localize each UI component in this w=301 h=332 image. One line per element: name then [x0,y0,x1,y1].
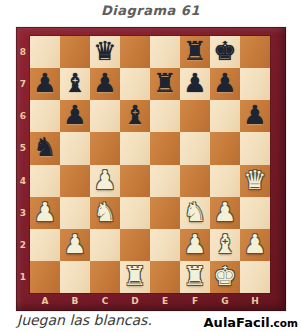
square-h7 [240,68,270,100]
square-b4 [60,165,90,197]
file-label-d: D [120,293,150,311]
file-label-b: B [60,293,90,311]
square-b1 [60,261,90,293]
square-a2 [30,229,60,261]
black-king-piece: ♚ [213,36,236,66]
square-g2: ♝ [210,229,240,261]
square-b2: ♟ [60,229,90,261]
chess-diagram-page: Diagrama 61 87654321 ♛♜♚♟♝♟♜♟♟♟♝♟♞♟♛♟♞♞♟… [0,0,301,332]
square-h4: ♛ [240,165,270,197]
black-pawn-piece: ♟ [33,68,56,98]
square-g5 [210,132,240,164]
brand-suffix: .com [270,317,298,329]
turn-caption: Juegan las blancas. [17,312,152,328]
square-b3 [60,197,90,229]
square-f7: ♟ [180,68,210,100]
square-f3: ♞ [180,197,210,229]
square-c8: ♛ [90,36,120,68]
square-a8 [30,36,60,68]
page-title: Diagrama 61 [0,3,301,18]
square-g3: ♟ [210,197,240,229]
black-bishop-piece: ♝ [63,68,86,98]
square-c6 [90,100,120,132]
white-rook-piece: ♜ [123,261,146,291]
rank-label-3: 3 [16,197,30,229]
file-label-g: G [210,293,240,311]
file-label-a: A [30,293,60,311]
square-d7 [120,68,150,100]
square-f2: ♟ [180,229,210,261]
square-g1: ♚ [210,261,240,293]
brand-logo: AulaFacil.com [204,315,298,330]
square-f8: ♜ [180,36,210,68]
square-a7: ♟ [30,68,60,100]
square-h2: ♟ [240,229,270,261]
square-c1 [90,261,120,293]
square-h1 [240,261,270,293]
rank-label-8: 8 [16,36,30,68]
square-f6 [180,100,210,132]
square-g7: ♟ [210,68,240,100]
square-b8 [60,36,90,68]
white-rook-piece: ♜ [183,261,206,291]
white-queen-piece: ♛ [243,165,266,195]
square-f5 [180,132,210,164]
black-pawn-piece: ♟ [93,68,116,98]
brand-name: AulaFacil [204,315,270,330]
rank-label-1: 1 [16,261,30,293]
black-bishop-piece: ♝ [123,100,146,130]
square-d8 [120,36,150,68]
black-pawn-piece: ♟ [243,100,266,130]
file-label-h: H [240,293,270,311]
square-e7: ♜ [150,68,180,100]
square-a6 [30,100,60,132]
square-a5: ♞ [30,132,60,164]
black-pawn-piece: ♟ [183,68,206,98]
black-knight-piece: ♞ [33,132,56,162]
square-a1 [30,261,60,293]
rank-label-7: 7 [16,68,30,100]
file-label-c: C [90,293,120,311]
chess-board: ♛♜♚♟♝♟♜♟♟♟♝♟♞♟♛♟♞♞♟♟♟♝♟♜♜♚ [30,36,270,293]
square-e5 [150,132,180,164]
rank-label-4: 4 [16,165,30,197]
square-g6 [210,100,240,132]
rank-labels: 87654321 [16,36,30,293]
white-pawn-piece: ♟ [63,229,86,259]
square-f1: ♜ [180,261,210,293]
square-c4: ♟ [90,165,120,197]
square-e8 [150,36,180,68]
square-d2 [120,229,150,261]
square-b7: ♝ [60,68,90,100]
square-c5 [90,132,120,164]
black-queen-piece: ♛ [93,36,116,66]
white-pawn-piece: ♟ [33,197,56,227]
square-d5 [120,132,150,164]
square-h5 [240,132,270,164]
square-g8: ♚ [210,36,240,68]
black-rook-piece: ♜ [183,36,206,66]
square-e2 [150,229,180,261]
square-e3 [150,197,180,229]
square-g4 [210,165,240,197]
square-c3: ♞ [90,197,120,229]
square-f4 [180,165,210,197]
file-label-e: E [150,293,180,311]
square-h6: ♟ [240,100,270,132]
file-labels: ABCDEFGH [30,293,270,311]
white-pawn-piece: ♟ [93,165,116,195]
square-e6 [150,100,180,132]
square-b5 [60,132,90,164]
board-frame: 87654321 ♛♜♚♟♝♟♜♟♟♟♝♟♞♟♛♟♞♞♟♟♟♝♟♜♜♚ ABCD… [16,27,286,311]
black-pawn-piece: ♟ [63,100,86,130]
black-rook-piece: ♜ [153,68,176,98]
rank-label-2: 2 [16,229,30,261]
white-pawn-piece: ♟ [213,197,236,227]
square-d6: ♝ [120,100,150,132]
square-h8 [240,36,270,68]
square-a3: ♟ [30,197,60,229]
square-d3 [120,197,150,229]
white-bishop-piece: ♝ [213,229,236,259]
square-b6: ♟ [60,100,90,132]
rank-label-6: 6 [16,100,30,132]
square-c7: ♟ [90,68,120,100]
square-h3 [240,197,270,229]
rank-label-5: 5 [16,132,30,164]
file-label-f: F [180,293,210,311]
white-king-piece: ♚ [213,261,236,291]
square-e1 [150,261,180,293]
square-a4 [30,165,60,197]
white-pawn-piece: ♟ [243,229,266,259]
white-knight-piece: ♞ [93,197,116,227]
square-d4 [120,165,150,197]
black-pawn-piece: ♟ [213,68,236,98]
square-d1: ♜ [120,261,150,293]
white-pawn-piece: ♟ [183,229,206,259]
square-c2 [90,229,120,261]
white-knight-piece: ♞ [183,197,206,227]
square-e4 [150,165,180,197]
